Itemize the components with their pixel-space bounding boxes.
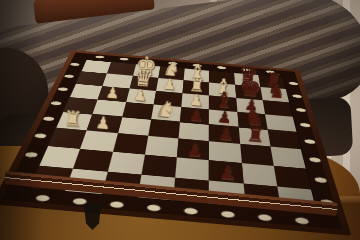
square-e4[interactable]: ♞ bbox=[151, 104, 181, 122]
piece-white-pawn-d2[interactable]: ♟ bbox=[95, 115, 111, 133]
square-b6[interactable]: ♟ bbox=[209, 160, 243, 184]
piece-white-rook-d1[interactable]: ♜ bbox=[62, 108, 83, 131]
square-g4[interactable]: ♟ bbox=[156, 78, 184, 93]
piece-white-pawn-g4[interactable]: ♟ bbox=[163, 77, 177, 93]
scene: ♚♞♝♛♜♛♟♜♝♚♞♟♟♟♝♟♞♟♟♞♜♟♟♜♟♟ bbox=[0, 0, 360, 240]
piece-black-pawn-e5[interactable]: ♟ bbox=[187, 107, 203, 124]
square-d1[interactable]: ♜ bbox=[56, 112, 92, 131]
square-c3[interactable] bbox=[113, 133, 148, 154]
square-f2[interactable]: ♟ bbox=[98, 86, 129, 102]
square-c4[interactable] bbox=[145, 136, 179, 157]
square-b2[interactable] bbox=[73, 149, 112, 172]
piece-black-pawn-d6[interactable]: ♟ bbox=[217, 125, 233, 143]
piece-white-pawn-f3[interactable]: ♟ bbox=[133, 87, 148, 103]
piece-white-knight-e4[interactable]: ♞ bbox=[156, 98, 178, 122]
piece-black-rook-d7[interactable]: ♜ bbox=[246, 124, 267, 147]
piece-white-pawn-f2[interactable]: ♟ bbox=[105, 85, 120, 101]
piece-black-knight-g8[interactable]: ♞ bbox=[267, 80, 287, 102]
piece-black-pawn-b6[interactable]: ♟ bbox=[218, 163, 236, 183]
square-e3[interactable] bbox=[122, 102, 154, 119]
piece-black-pawn-c5[interactable]: ♟ bbox=[185, 140, 202, 159]
square-e5[interactable]: ♟ bbox=[180, 107, 209, 125]
square-d7[interactable]: ♜ bbox=[238, 127, 270, 147]
